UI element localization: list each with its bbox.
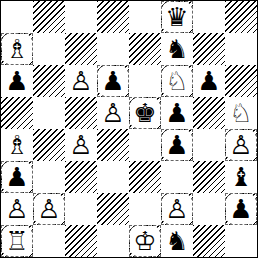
piece-white-bishop: ♗ [1, 33, 33, 65]
square-h3[interactable]: ♝ [225, 161, 257, 193]
square-b3[interactable] [33, 161, 65, 193]
square-f8[interactable]: ♛ [161, 1, 193, 33]
piece-white-pawn: ♙ [65, 129, 97, 161]
piece-black-pawn: ♟ [225, 193, 257, 225]
square-d7[interactable] [97, 33, 129, 65]
square-e5[interactable]: ♚ [129, 97, 161, 129]
piece-white-rook: ♖ [1, 225, 33, 257]
square-a8[interactable] [1, 1, 33, 33]
square-b1[interactable] [33, 225, 65, 257]
square-h1[interactable] [225, 225, 257, 257]
square-b5[interactable] [33, 97, 65, 129]
square-c1[interactable] [65, 225, 97, 257]
square-a3[interactable]: ♟ [1, 161, 33, 193]
piece-white-pawn: ♙ [1, 193, 33, 225]
square-d2[interactable] [97, 193, 129, 225]
piece-black-king: ♚ [129, 97, 161, 129]
square-b4[interactable] [33, 129, 65, 161]
square-h2[interactable]: ♟ [225, 193, 257, 225]
piece-black-pawn: ♟ [1, 65, 33, 97]
square-d5[interactable]: ♙ [97, 97, 129, 129]
square-f3[interactable] [161, 161, 193, 193]
piece-white-bishop: ♗ [1, 129, 33, 161]
piece-white-pawn: ♙ [97, 97, 129, 129]
piece-white-pawn: ♙ [65, 65, 97, 97]
square-f4[interactable]: ♟ [161, 129, 193, 161]
square-e8[interactable] [129, 1, 161, 33]
square-h6[interactable] [225, 65, 257, 97]
piece-white-knight: ♘ [161, 65, 193, 97]
square-c2[interactable] [65, 193, 97, 225]
piece-black-pawn: ♟ [161, 129, 193, 161]
square-d3[interactable] [97, 161, 129, 193]
piece-black-pawn: ♟ [193, 65, 225, 97]
square-a1[interactable]: ♖ [1, 225, 33, 257]
square-f7[interactable]: ♞ [161, 33, 193, 65]
square-h5[interactable]: ♘ [225, 97, 257, 129]
square-c7[interactable] [65, 33, 97, 65]
square-e6[interactable] [129, 65, 161, 97]
square-a2[interactable]: ♙ [1, 193, 33, 225]
square-a5[interactable] [1, 97, 33, 129]
square-c4[interactable]: ♙ [65, 129, 97, 161]
square-e7[interactable] [129, 33, 161, 65]
square-b6[interactable] [33, 65, 65, 97]
piece-white-pawn: ♙ [33, 193, 65, 225]
square-c5[interactable] [65, 97, 97, 129]
square-h7[interactable] [225, 33, 257, 65]
square-e2[interactable] [129, 193, 161, 225]
square-d8[interactable] [97, 1, 129, 33]
square-f6[interactable]: ♘ [161, 65, 193, 97]
square-b2[interactable]: ♙ [33, 193, 65, 225]
square-e1[interactable]: ♔ [129, 225, 161, 257]
piece-black-bishop: ♝ [225, 161, 257, 193]
piece-black-pawn: ♟ [1, 161, 33, 193]
square-e4[interactable] [129, 129, 161, 161]
square-a6[interactable]: ♟ [1, 65, 33, 97]
square-e3[interactable] [129, 161, 161, 193]
square-d6[interactable]: ♟ [97, 65, 129, 97]
square-h4[interactable]: ♙ [225, 129, 257, 161]
square-a4[interactable]: ♗ [1, 129, 33, 161]
square-g4[interactable] [193, 129, 225, 161]
piece-black-knight: ♞ [161, 225, 193, 257]
piece-white-knight: ♘ [225, 97, 257, 129]
square-c6[interactable]: ♙ [65, 65, 97, 97]
square-d4[interactable] [97, 129, 129, 161]
chess-board: ♛♗♞♟♙♟♘♟♙♚♟♘♗♙♟♙♟♝♙♙♙♟♖♔♞ [0, 0, 258, 258]
square-g1[interactable] [193, 225, 225, 257]
square-g6[interactable]: ♟ [193, 65, 225, 97]
square-f2[interactable]: ♙ [161, 193, 193, 225]
piece-black-pawn: ♟ [161, 97, 193, 129]
square-a7[interactable]: ♗ [1, 33, 33, 65]
square-d1[interactable] [97, 225, 129, 257]
square-g5[interactable] [193, 97, 225, 129]
square-g8[interactable] [193, 1, 225, 33]
piece-black-queen: ♛ [161, 1, 193, 33]
piece-white-pawn: ♙ [225, 129, 257, 161]
square-c8[interactable] [65, 1, 97, 33]
square-g3[interactable] [193, 161, 225, 193]
piece-black-pawn: ♟ [97, 65, 129, 97]
piece-white-pawn: ♙ [161, 193, 193, 225]
square-g7[interactable] [193, 33, 225, 65]
square-h8[interactable] [225, 1, 257, 33]
square-g2[interactable] [193, 193, 225, 225]
square-c3[interactable] [65, 161, 97, 193]
square-f5[interactable]: ♟ [161, 97, 193, 129]
piece-black-knight: ♞ [161, 33, 193, 65]
square-b7[interactable] [33, 33, 65, 65]
square-b8[interactable] [33, 1, 65, 33]
piece-white-king: ♔ [129, 225, 161, 257]
square-f1[interactable]: ♞ [161, 225, 193, 257]
